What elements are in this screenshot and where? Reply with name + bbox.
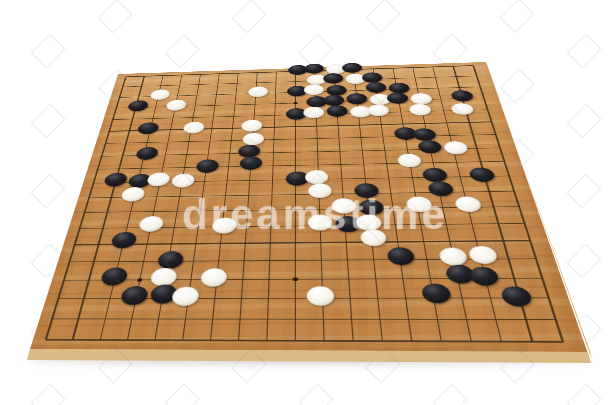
watermark-diamond <box>30 103 65 138</box>
watermark-diamond <box>231 0 266 34</box>
grid-line <box>238 73 258 341</box>
grid-line <box>109 122 492 132</box>
go-stone-white <box>308 183 332 198</box>
grid-line <box>45 77 126 340</box>
watermark-diamond <box>566 33 601 68</box>
grid-line <box>98 161 505 170</box>
star-point <box>293 102 297 104</box>
watermark-diamond <box>432 383 467 405</box>
grid-line <box>266 72 277 341</box>
grid-line <box>52 318 556 320</box>
watermark-diamond <box>566 103 601 138</box>
watermark-diamond <box>30 383 65 405</box>
watermark-diamond <box>566 383 601 405</box>
watermark-diamond <box>298 383 333 405</box>
star-point <box>293 277 298 281</box>
grid-line <box>84 206 519 213</box>
photo-canvas: dreamstime <box>0 0 610 405</box>
go-stone-black <box>354 183 379 198</box>
go-board <box>30 62 587 352</box>
grid-line <box>75 240 531 245</box>
star-point <box>137 278 143 282</box>
watermark-diamond <box>499 0 534 34</box>
watermark-diamond <box>30 33 65 68</box>
watermark-diamond <box>365 0 400 34</box>
watermark-diamond <box>30 173 65 208</box>
watermark-diamond <box>566 243 601 278</box>
watermark-diamond <box>97 0 132 34</box>
watermark-diamond <box>566 173 601 208</box>
watermark-diamond <box>499 68 534 103</box>
watermark-diamond <box>164 33 199 68</box>
watermark-diamond <box>164 383 199 405</box>
